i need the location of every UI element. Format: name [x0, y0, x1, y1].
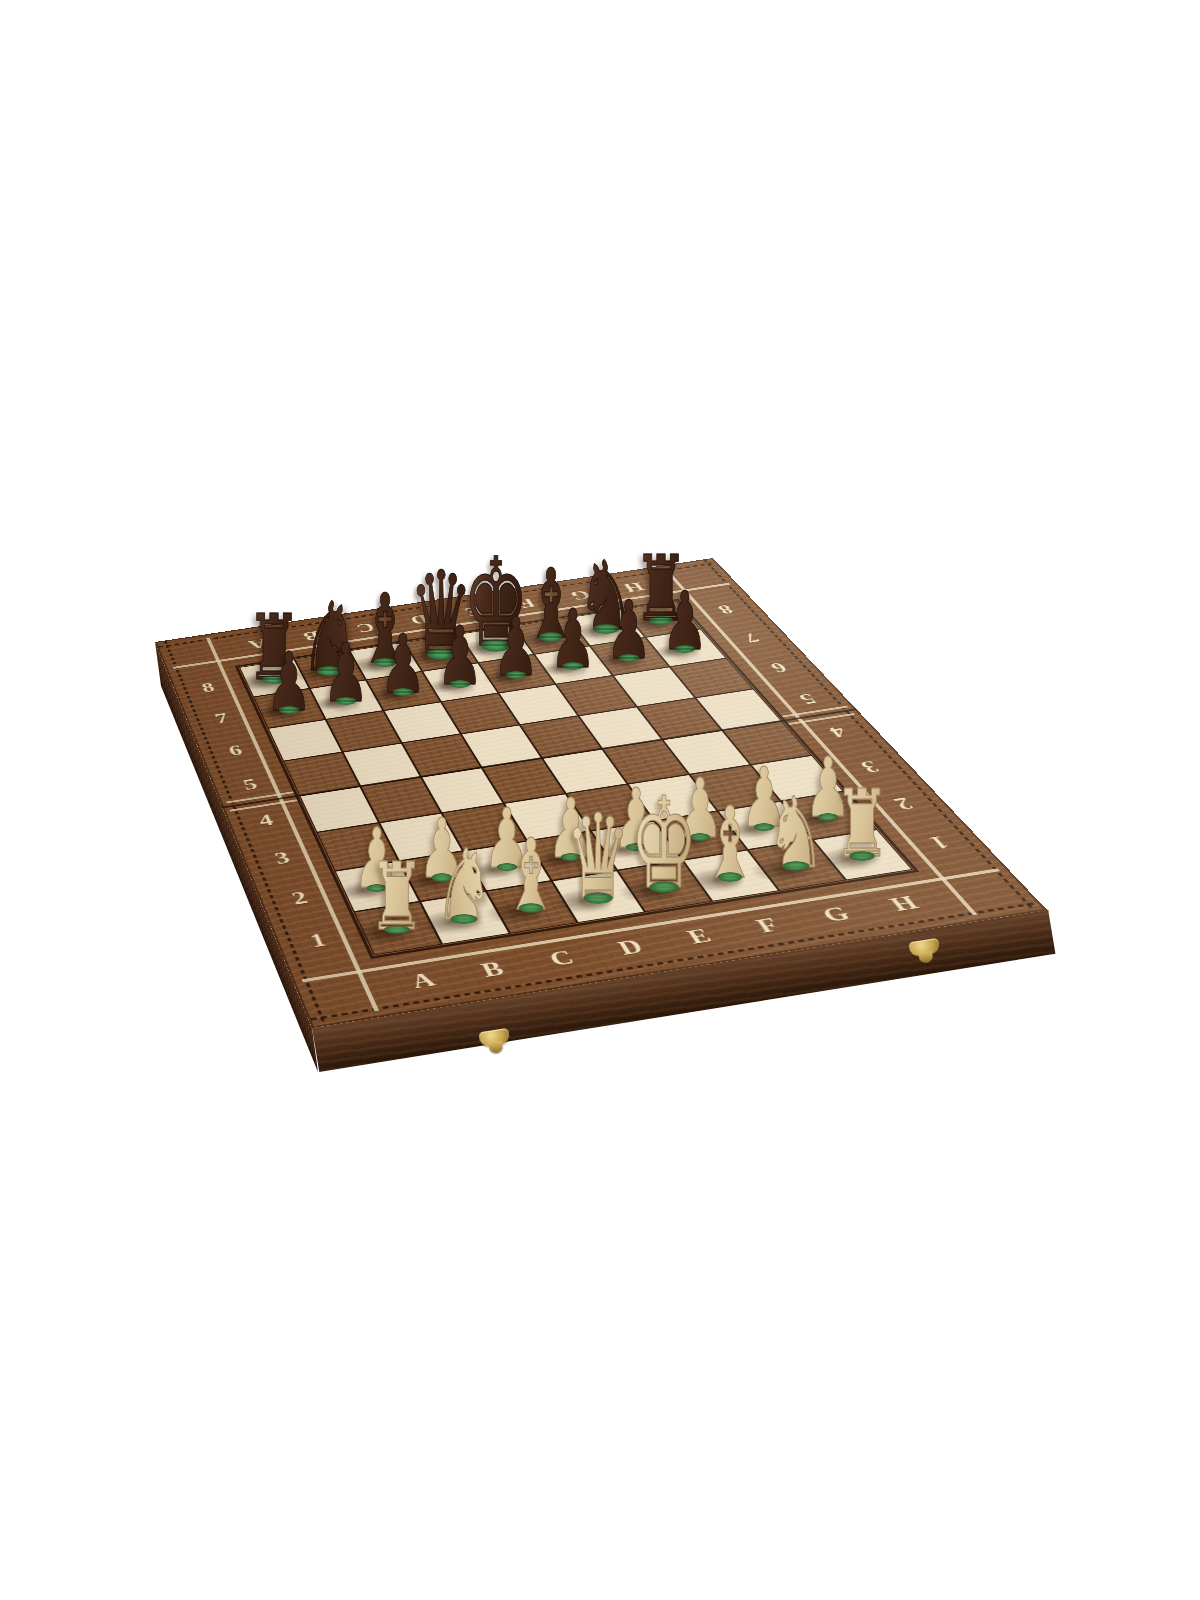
rank-label-3-near: 3	[272, 848, 294, 869]
chess-set-scene: AABBCCDDEEFFGGHH8877665544332211 ♜♞♝♛♚♝♞…	[0, 0, 1200, 1600]
file-label-d-far: D	[407, 612, 432, 628]
rank-label-2-near: 2	[289, 887, 311, 909]
rank-label-7-far: 7	[739, 630, 764, 646]
file-label-f-far: F	[515, 596, 538, 611]
rank-label-8-near: 8	[199, 680, 217, 696]
rank-label-4-near: 4	[256, 811, 277, 831]
file-label-h-far: H	[620, 579, 648, 594]
rank-label-6-far: 6	[766, 659, 792, 676]
file-label-e-far: E	[461, 604, 485, 619]
file-label-f-near: F	[751, 914, 785, 938]
file-label-b-near: B	[477, 957, 508, 982]
rank-label-6-near: 6	[226, 742, 245, 760]
file-label-b-far: B	[300, 628, 322, 644]
file-label-a-far: A	[246, 636, 269, 652]
rank-label-4-far: 4	[824, 723, 852, 741]
file-label-g-far: G	[567, 587, 595, 603]
file-label-g-near: G	[817, 902, 856, 927]
rank-label-5-near: 5	[240, 775, 260, 794]
rank-label-2-far: 2	[888, 793, 918, 813]
file-label-d-near: D	[613, 935, 648, 960]
file-label-h-near: H	[884, 892, 924, 917]
brass-clasp-hook	[918, 951, 934, 964]
rank-label-7-near: 7	[212, 710, 231, 727]
file-label-e-near: E	[682, 924, 716, 949]
file-label-c-near: C	[545, 946, 579, 971]
file-label-a-near: A	[407, 968, 439, 994]
rank-label-5-far: 5	[794, 690, 821, 707]
piece-shadows-layer	[155, 558, 713, 642]
brass-clasp-hook	[488, 1041, 504, 1054]
file-label-c-far: C	[353, 620, 377, 636]
rank-label-1-far: 1	[923, 831, 954, 853]
rank-label-1-near: 1	[307, 929, 330, 952]
rank-label-3-far: 3	[855, 757, 884, 776]
rank-label-8-far: 8	[714, 602, 738, 617]
brass-clasp-right	[908, 938, 941, 965]
brass-clasp-left	[478, 1028, 511, 1055]
